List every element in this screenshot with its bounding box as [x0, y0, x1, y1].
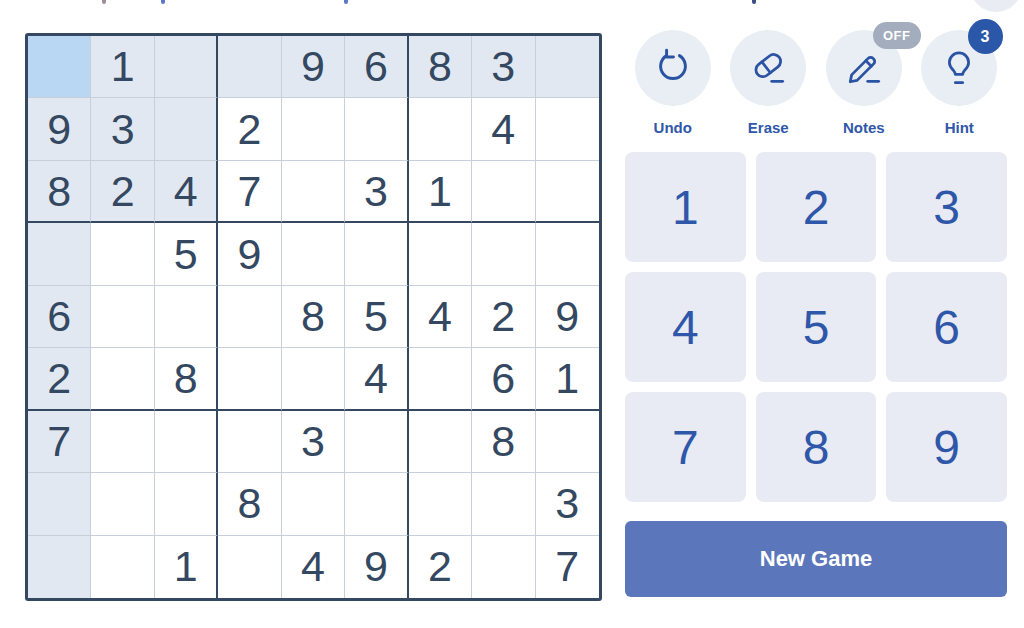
sudoku-cell-r8c2[interactable]	[91, 473, 154, 535]
undo-label: Undo	[654, 119, 692, 136]
sudoku-cell-r4c1[interactable]	[28, 223, 91, 285]
erase-label: Erase	[748, 119, 789, 136]
sudoku-cell-r2c4[interactable]: 2	[218, 98, 281, 160]
numpad: 123456789	[625, 152, 1007, 502]
sudoku-cell-r3c9[interactable]	[536, 161, 599, 223]
sudoku-cell-r4c4[interactable]: 9	[218, 223, 281, 285]
sudoku-cell-r9c6[interactable]: 9	[345, 536, 408, 598]
sudoku-cell-r1c5[interactable]: 9	[282, 36, 345, 98]
new-game-button[interactable]: New Game	[625, 521, 1007, 597]
sudoku-cell-r8c4[interactable]: 8	[218, 473, 281, 535]
numpad-key-7[interactable]: 7	[625, 392, 746, 502]
hint-button[interactable]: 3 Hint	[912, 30, 1008, 136]
sudoku-cell-r2c9[interactable]	[536, 98, 599, 160]
sudoku-cell-r8c8[interactable]	[472, 473, 535, 535]
erase-button[interactable]: Erase	[721, 30, 817, 136]
sudoku-cell-r1c1[interactable]	[28, 36, 91, 98]
sudoku-cell-r9c7[interactable]: 2	[409, 536, 472, 598]
sudoku-cell-r2c1[interactable]: 9	[28, 98, 91, 160]
sudoku-cell-r9c5[interactable]: 4	[282, 536, 345, 598]
sudoku-cell-r3c1[interactable]: 8	[28, 161, 91, 223]
sudoku-cell-r8c3[interactable]	[155, 473, 218, 535]
sudoku-cell-r9c1[interactable]	[28, 536, 91, 598]
sudoku-cell-r7c2[interactable]	[91, 411, 154, 473]
eraser-icon	[730, 30, 806, 106]
toolbar: Undo Erase OFF	[625, 30, 1007, 136]
hint-label: Hint	[945, 119, 974, 136]
sudoku-cell-r7c4[interactable]	[218, 411, 281, 473]
sudoku-cell-r5c4[interactable]	[218, 286, 281, 348]
numpad-key-4[interactable]: 4	[625, 272, 746, 382]
sudoku-cell-r6c7[interactable]	[409, 348, 472, 410]
sudoku-cell-r1c6[interactable]: 6	[345, 36, 408, 98]
sudoku-cell-r9c9[interactable]: 7	[536, 536, 599, 598]
sudoku-cell-r6c4[interactable]	[218, 348, 281, 410]
numpad-key-8[interactable]: 8	[756, 392, 877, 502]
sudoku-cell-r2c8[interactable]: 4	[472, 98, 535, 160]
sudoku-cell-r5c7[interactable]: 4	[409, 286, 472, 348]
sudoku-board: 19683932482473159685429284617388314927	[25, 33, 602, 601]
sudoku-cell-r7c3[interactable]	[155, 411, 218, 473]
sudoku-cell-r9c4[interactable]	[218, 536, 281, 598]
sudoku-cell-r1c2[interactable]: 1	[91, 36, 154, 98]
sudoku-cell-r7c6[interactable]	[345, 411, 408, 473]
sudoku-cell-r7c9[interactable]	[536, 411, 599, 473]
sudoku-cell-r8c6[interactable]	[345, 473, 408, 535]
numpad-key-2[interactable]: 2	[756, 152, 877, 262]
top-edge-artifact	[752, 0, 756, 4]
sudoku-cell-r9c2[interactable]	[91, 536, 154, 598]
sudoku-cell-r9c8[interactable]	[472, 536, 535, 598]
sudoku-cell-r2c3[interactable]	[155, 98, 218, 160]
sudoku-cell-r8c5[interactable]	[282, 473, 345, 535]
sudoku-cell-r5c3[interactable]	[155, 286, 218, 348]
sudoku-cell-r2c2[interactable]: 3	[91, 98, 154, 160]
sudoku-cell-r6c6[interactable]: 4	[345, 348, 408, 410]
sudoku-cell-r5c5[interactable]: 8	[282, 286, 345, 348]
numpad-key-6[interactable]: 6	[886, 272, 1007, 382]
sudoku-cell-r4c7[interactable]	[409, 223, 472, 285]
numpad-key-1[interactable]: 1	[625, 152, 746, 262]
sudoku-cell-r2c7[interactable]	[409, 98, 472, 160]
sudoku-cell-r6c5[interactable]	[282, 348, 345, 410]
sudoku-cell-r1c3[interactable]	[155, 36, 218, 98]
undo-button[interactable]: Undo	[625, 30, 721, 136]
sudoku-cell-r8c1[interactable]	[28, 473, 91, 535]
sudoku-cell-r7c7[interactable]	[409, 411, 472, 473]
sudoku-cell-r3c2[interactable]: 2	[91, 161, 154, 223]
notes-label: Notes	[843, 119, 885, 136]
numpad-key-9[interactable]: 9	[886, 392, 1007, 502]
sudoku-cell-r7c8[interactable]: 8	[472, 411, 535, 473]
sudoku-cell-r5c9[interactable]: 9	[536, 286, 599, 348]
sudoku-cell-r6c2[interactable]	[91, 348, 154, 410]
sudoku-cell-r5c8[interactable]: 2	[472, 286, 535, 348]
sudoku-cell-r4c2[interactable]	[91, 223, 154, 285]
top-edge-artifact	[161, 0, 165, 4]
sudoku-cell-r4c8[interactable]	[472, 223, 535, 285]
numpad-key-5[interactable]: 5	[756, 272, 877, 382]
sudoku-cell-r5c1[interactable]: 6	[28, 286, 91, 348]
sudoku-app: 19683932482473159685429284617388314927 U…	[0, 0, 1024, 628]
undo-icon	[635, 30, 711, 106]
sudoku-cell-r4c5[interactable]	[282, 223, 345, 285]
top-edge-artifact	[344, 0, 348, 4]
sudoku-cell-r8c7[interactable]	[409, 473, 472, 535]
notes-button[interactable]: OFF Notes	[816, 30, 912, 136]
sudoku-cell-r6c9[interactable]: 1	[536, 348, 599, 410]
sudoku-cell-r2c5[interactable]	[282, 98, 345, 160]
sudoku-cell-r3c7[interactable]: 1	[409, 161, 472, 223]
sudoku-cell-r6c1[interactable]: 2	[28, 348, 91, 410]
sudoku-cell-r5c2[interactable]	[91, 286, 154, 348]
sudoku-cell-r4c6[interactable]	[345, 223, 408, 285]
sudoku-cell-r3c4[interactable]: 7	[218, 161, 281, 223]
sudoku-cell-r9c3[interactable]: 1	[155, 536, 218, 598]
sudoku-cell-r3c5[interactable]	[282, 161, 345, 223]
sudoku-cell-r1c8[interactable]: 3	[472, 36, 535, 98]
sudoku-cell-r5c6[interactable]: 5	[345, 286, 408, 348]
cropped-circle-element	[970, 0, 1022, 12]
sudoku-cell-r3c3[interactable]: 4	[155, 161, 218, 223]
sudoku-cell-r1c4[interactable]	[218, 36, 281, 98]
sudoku-cell-r4c9[interactable]	[536, 223, 599, 285]
sudoku-cell-r1c9[interactable]	[536, 36, 599, 98]
sudoku-cell-r6c8[interactable]: 6	[472, 348, 535, 410]
sudoku-cell-r4c3[interactable]: 5	[155, 223, 218, 285]
sudoku-cell-r6c3[interactable]: 8	[155, 348, 218, 410]
sudoku-cell-r3c6[interactable]: 3	[345, 161, 408, 223]
sudoku-cell-r3c8[interactable]	[472, 161, 535, 223]
top-edge-artifact	[102, 0, 106, 4]
numpad-key-3[interactable]: 3	[886, 152, 1007, 262]
sudoku-cell-r8c9[interactable]: 3	[536, 473, 599, 535]
sudoku-cell-r7c1[interactable]: 7	[28, 411, 91, 473]
hint-count-badge: 3	[968, 19, 1003, 54]
sudoku-cell-r2c6[interactable]	[345, 98, 408, 160]
sudoku-cell-r1c7[interactable]: 8	[409, 36, 472, 98]
sudoku-cell-r7c5[interactable]: 3	[282, 411, 345, 473]
